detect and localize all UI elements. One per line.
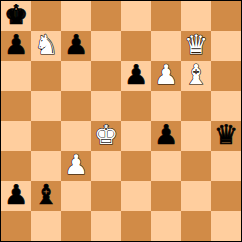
square-a2[interactable]: ♟ — [1, 181, 31, 211]
square-h6[interactable] — [211, 61, 241, 91]
square-e2[interactable] — [121, 181, 151, 211]
piece-white-knight[interactable]: ♞ — [34, 30, 58, 60]
square-f5[interactable] — [151, 91, 181, 121]
square-f1[interactable] — [151, 211, 181, 241]
square-e7[interactable] — [121, 31, 151, 61]
square-f2[interactable] — [151, 181, 181, 211]
square-b8[interactable] — [31, 1, 61, 31]
square-c6[interactable] — [61, 61, 91, 91]
square-a5[interactable] — [1, 91, 31, 121]
square-b1[interactable] — [31, 211, 61, 241]
square-d3[interactable] — [91, 151, 121, 181]
square-b3[interactable] — [31, 151, 61, 181]
piece-white-pawn[interactable]: ♟ — [64, 150, 88, 180]
square-d7[interactable] — [91, 31, 121, 61]
square-g2[interactable] — [181, 181, 211, 211]
square-a1[interactable] — [1, 211, 31, 241]
square-b6[interactable] — [31, 61, 61, 91]
square-c1[interactable] — [61, 211, 91, 241]
square-e3[interactable] — [121, 151, 151, 181]
square-b7[interactable]: ♞ — [31, 31, 61, 61]
square-a7[interactable]: ♟ — [1, 31, 31, 61]
square-g4[interactable] — [181, 121, 211, 151]
square-c7[interactable]: ♟ — [61, 31, 91, 61]
chess-board-container: ♚♟♞♟♛♟♟♝♚♟♛♟♟♝ — [0, 0, 242, 242]
square-a6[interactable] — [1, 61, 31, 91]
square-a8[interactable]: ♚ — [1, 1, 31, 31]
square-h3[interactable] — [211, 151, 241, 181]
piece-black-pawn[interactable]: ♟ — [4, 30, 28, 60]
piece-black-pawn[interactable]: ♟ — [154, 120, 178, 150]
square-e1[interactable] — [121, 211, 151, 241]
square-h2[interactable] — [211, 181, 241, 211]
square-c3[interactable]: ♟ — [61, 151, 91, 181]
square-f4[interactable]: ♟ — [151, 121, 181, 151]
piece-black-pawn[interactable]: ♟ — [124, 60, 148, 90]
square-d1[interactable] — [91, 211, 121, 241]
square-d5[interactable] — [91, 91, 121, 121]
square-e4[interactable] — [121, 121, 151, 151]
square-c5[interactable] — [61, 91, 91, 121]
square-g3[interactable] — [181, 151, 211, 181]
square-h8[interactable] — [211, 1, 241, 31]
piece-black-pawn[interactable]: ♟ — [4, 180, 28, 210]
square-d6[interactable] — [91, 61, 121, 91]
square-g6[interactable]: ♝ — [181, 61, 211, 91]
square-h7[interactable] — [211, 31, 241, 61]
square-d8[interactable] — [91, 1, 121, 31]
square-d2[interactable] — [91, 181, 121, 211]
square-g1[interactable] — [181, 211, 211, 241]
square-g7[interactable]: ♛ — [181, 31, 211, 61]
piece-white-bishop[interactable]: ♝ — [184, 60, 208, 90]
square-h5[interactable] — [211, 91, 241, 121]
square-b2[interactable]: ♝ — [31, 181, 61, 211]
square-h4[interactable]: ♛ — [211, 121, 241, 151]
square-b4[interactable] — [31, 121, 61, 151]
piece-white-queen[interactable]: ♛ — [184, 30, 208, 60]
square-d4[interactable]: ♚ — [91, 121, 121, 151]
square-g8[interactable] — [181, 1, 211, 31]
square-a4[interactable] — [1, 121, 31, 151]
square-e5[interactable] — [121, 91, 151, 121]
square-g5[interactable] — [181, 91, 211, 121]
piece-white-king[interactable]: ♚ — [94, 120, 118, 150]
square-f3[interactable] — [151, 151, 181, 181]
square-b5[interactable] — [31, 91, 61, 121]
square-c8[interactable] — [61, 1, 91, 31]
square-h1[interactable] — [211, 211, 241, 241]
square-f8[interactable] — [151, 1, 181, 31]
square-a3[interactable] — [1, 151, 31, 181]
piece-black-queen[interactable]: ♛ — [214, 120, 238, 150]
square-c2[interactable] — [61, 181, 91, 211]
square-e8[interactable] — [121, 1, 151, 31]
piece-black-pawn[interactable]: ♟ — [64, 30, 88, 60]
square-e6[interactable]: ♟ — [121, 61, 151, 91]
square-c4[interactable] — [61, 121, 91, 151]
square-f6[interactable]: ♟ — [151, 61, 181, 91]
piece-black-bishop[interactable]: ♝ — [34, 180, 58, 210]
piece-white-pawn[interactable]: ♟ — [154, 60, 178, 90]
chess-board: ♚♟♞♟♛♟♟♝♚♟♛♟♟♝ — [0, 0, 242, 242]
piece-black-king[interactable]: ♚ — [4, 0, 28, 30]
square-f7[interactable] — [151, 31, 181, 61]
